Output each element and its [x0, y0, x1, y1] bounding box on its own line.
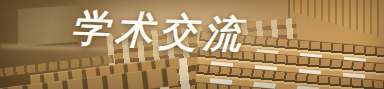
- academic-exchange-banner: 学术交流: [0, 0, 384, 89]
- banner-title: 学术交流: [63, 8, 254, 54]
